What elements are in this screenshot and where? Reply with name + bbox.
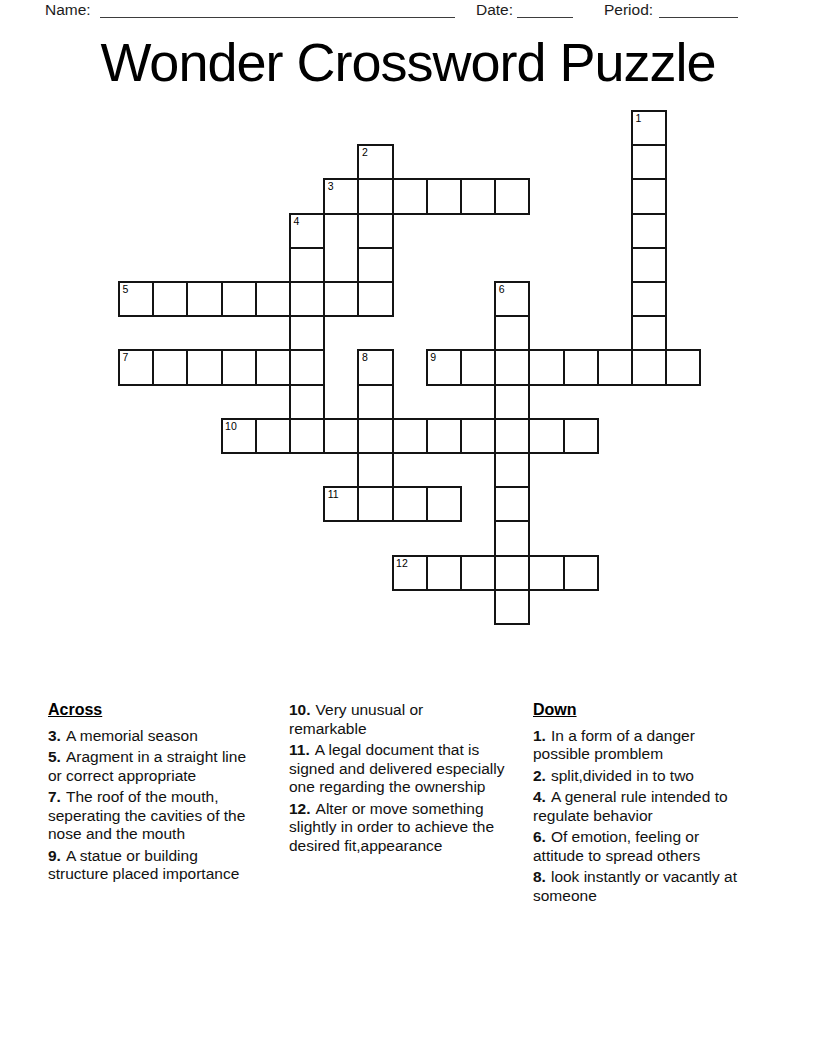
cell-number-12: 12: [396, 557, 408, 569]
grid-cell-r9c9[interactable]: [426, 418, 462, 454]
clue-across-12: 12.Alter or move something slightly in o…: [289, 800, 505, 856]
grid-cell-r7c14[interactable]: [597, 349, 633, 385]
grid-cell-r9c6[interactable]: [323, 418, 359, 454]
grid-cell-r6c5[interactable]: [289, 315, 325, 351]
date-label: Date:: [476, 1, 513, 19]
grid-cell-r11c7[interactable]: [357, 486, 393, 522]
grid-cell-r2c9[interactable]: [426, 178, 462, 214]
grid-cell-r2c8[interactable]: [392, 178, 428, 214]
grid-cell-r8c11[interactable]: [494, 384, 530, 420]
puzzle-title: Wonder Crossword Puzzle: [0, 31, 816, 93]
grid-cell-r8c5[interactable]: [289, 384, 325, 420]
grid-cell-r5c2[interactable]: [186, 281, 222, 317]
name-label: Name:: [45, 1, 91, 19]
clues-column-down: Down 1.In a form of a danger possible pr…: [533, 701, 741, 908]
clue-down-8: 8.look instantly or vacantly at someone: [533, 868, 741, 905]
cell-number-1: 1: [636, 112, 642, 124]
grid-cell-r8c7[interactable]: [357, 384, 393, 420]
clue-number: 9.: [48, 847, 61, 864]
grid-cell-r7c3[interactable]: [221, 349, 257, 385]
grid-cell-r9c12[interactable]: [528, 418, 564, 454]
clue-number: 2.: [533, 767, 546, 784]
grid-cell-r7c13[interactable]: [563, 349, 599, 385]
grid-cell-r7c12[interactable]: [528, 349, 564, 385]
grid-cell-r9c11[interactable]: [494, 418, 530, 454]
clue-text: A statue or building structure placed im…: [48, 847, 239, 883]
clue-number: 6.: [533, 828, 546, 845]
clue-across-5: 5.Aragment in a straight line or correct…: [48, 748, 256, 785]
period-label: Period:: [604, 1, 653, 19]
grid-cell-r6c15[interactable]: [631, 315, 667, 351]
clue-number: 1.: [533, 727, 546, 744]
clue-down-1: 1.In a form of a danger possible promble…: [533, 727, 741, 764]
grid-cell-r1c15[interactable]: [631, 144, 667, 180]
grid-cell-r13c12[interactable]: [528, 555, 564, 591]
grid-cell-r5c5[interactable]: [289, 281, 325, 317]
cell-number-8: 8: [362, 351, 368, 363]
grid-cell-r2c10[interactable]: [460, 178, 496, 214]
grid-cell-r9c3[interactable]: 10: [221, 418, 257, 454]
grid-cell-r5c1[interactable]: [152, 281, 188, 317]
grid-cell-r4c5[interactable]: [289, 247, 325, 283]
clue-across-11: 11.A legal document that is signed and d…: [289, 741, 505, 797]
clue-text: In a form of a danger possible promblem: [533, 727, 695, 763]
clue-number: 11.: [289, 741, 310, 758]
grid-cell-r1c7[interactable]: 2: [357, 144, 393, 180]
grid-cell-r5c0[interactable]: 5: [118, 281, 154, 317]
grid-cell-r12c11[interactable]: [494, 520, 530, 556]
clue-text: A legal document that is signed and deli…: [289, 741, 504, 795]
grid-cell-r10c11[interactable]: [494, 452, 530, 488]
clues-column-across: Across 3.A memorial season 5.Aragment in…: [48, 701, 256, 887]
across-header: Across: [48, 701, 256, 720]
clue-text: The roof of the mouth, seperating the ca…: [48, 788, 245, 842]
clue-text: look instantly or vacantly at someone: [533, 868, 737, 904]
grid-cell-r7c10[interactable]: [460, 349, 496, 385]
cell-number-5: 5: [123, 283, 129, 295]
name-blank-line[interactable]: [100, 17, 455, 18]
cell-number-11: 11: [328, 488, 339, 500]
crossword-grid: 123456789101112: [118, 110, 702, 626]
grid-cell-r7c7[interactable]: 8: [357, 349, 393, 385]
clue-number: 12.: [289, 800, 311, 817]
grid-cell-r7c15[interactable]: [631, 349, 667, 385]
clues-column-across-continued: 10.Very unusual or remarkable 11.A legal…: [289, 701, 505, 858]
clue-number: 5.: [48, 748, 61, 765]
grid-cell-r7c2[interactable]: [186, 349, 222, 385]
clue-down-2: 2.split,divided in to two: [533, 767, 741, 786]
grid-cell-r5c7[interactable]: [357, 281, 393, 317]
grid-cell-r5c6[interactable]: [323, 281, 359, 317]
grid-cell-r9c7[interactable]: [357, 418, 393, 454]
grid-cell-r7c5[interactable]: [289, 349, 325, 385]
clue-text: A memorial season: [66, 727, 198, 744]
grid-cell-r5c15[interactable]: [631, 281, 667, 317]
cell-number-2: 2: [362, 146, 368, 158]
grid-cell-r2c6[interactable]: 3: [323, 178, 359, 214]
cell-number-3: 3: [328, 180, 334, 192]
grid-cell-r7c16[interactable]: [665, 349, 701, 385]
grid-cell-r13c8[interactable]: 12: [392, 555, 428, 591]
grid-cell-r7c0[interactable]: 7: [118, 349, 154, 385]
clue-text: A general rule intended to regulate beha…: [533, 788, 728, 824]
date-blank-line[interactable]: [517, 17, 573, 18]
period-blank-line[interactable]: [659, 17, 738, 18]
grid-cell-r7c11[interactable]: [494, 349, 530, 385]
clue-number: 4.: [533, 788, 546, 805]
grid-cell-r3c5[interactable]: 4: [289, 213, 325, 249]
grid-cell-r7c1[interactable]: [152, 349, 188, 385]
clue-number: 8.: [533, 868, 546, 885]
down-header: Down: [533, 701, 741, 720]
grid-cell-r13c11[interactable]: [494, 555, 530, 591]
grid-cell-r5c11[interactable]: 6: [494, 281, 530, 317]
clue-text: Alter or move something slightly in orde…: [289, 800, 494, 854]
grid-cell-r5c4[interactable]: [255, 281, 291, 317]
cell-number-6: 6: [499, 283, 505, 295]
clue-down-4: 4.A general rule intended to regulate be…: [533, 788, 741, 825]
grid-cell-r9c13[interactable]: [563, 418, 599, 454]
grid-cell-r2c11[interactable]: [494, 178, 530, 214]
grid-cell-r11c9[interactable]: [426, 486, 462, 522]
grid-cell-r2c15[interactable]: [631, 178, 667, 214]
grid-cell-r11c8[interactable]: [392, 486, 428, 522]
clue-across-3: 3.A memorial season: [48, 727, 256, 746]
clue-number: 7.: [48, 788, 61, 805]
grid-cell-r3c7[interactable]: [357, 213, 393, 249]
grid-cell-r11c11[interactable]: [494, 486, 530, 522]
clue-number: 10.: [289, 701, 311, 718]
grid-cell-r9c10[interactable]: [460, 418, 496, 454]
grid-cell-r9c8[interactable]: [392, 418, 428, 454]
grid-cell-r5c3[interactable]: [221, 281, 257, 317]
grid-cell-r2c7[interactable]: [357, 178, 393, 214]
clue-across-9: 9.A statue or building structure placed …: [48, 847, 256, 884]
cell-number-4: 4: [294, 215, 300, 227]
grid-cell-r9c5[interactable]: [289, 418, 325, 454]
grid-cell-r14c11[interactable]: [494, 589, 530, 625]
grid-cell-r13c13[interactable]: [563, 555, 599, 591]
grid-cell-r10c7[interactable]: [357, 452, 393, 488]
clue-across-7: 7.The roof of the mouth, seperating the …: [48, 788, 256, 844]
grid-cell-r13c10[interactable]: [460, 555, 496, 591]
grid-cell-r11c6[interactable]: 11: [323, 486, 359, 522]
worksheet-page: Name: Date: Period: Wonder Crossword Puz…: [0, 0, 816, 1056]
clue-text: split,divided in to two: [551, 767, 694, 784]
clue-text: Of emotion, feeling or attitude to sprea…: [533, 828, 700, 864]
grid-cell-r3c15[interactable]: [631, 213, 667, 249]
clue-down-6: 6.Of emotion, feeling or attitude to spr…: [533, 828, 741, 865]
grid-cell-r9c4[interactable]: [255, 418, 291, 454]
grid-cell-r0c15[interactable]: 1: [631, 110, 667, 146]
cell-number-7: 7: [123, 351, 129, 363]
grid-cell-r6c11[interactable]: [494, 315, 530, 351]
grid-cell-r7c4[interactable]: [255, 349, 291, 385]
grid-cell-r7c9[interactable]: 9: [426, 349, 462, 385]
clue-text: Aragment in a straight line or correct a…: [48, 748, 246, 784]
grid-cell-r4c15[interactable]: [631, 247, 667, 283]
cell-number-9: 9: [430, 351, 436, 363]
grid-cell-r13c9[interactable]: [426, 555, 462, 591]
cell-number-10: 10: [225, 420, 237, 432]
clue-across-10: 10.Very unusual or remarkable: [289, 701, 505, 738]
grid-cell-r4c7[interactable]: [357, 247, 393, 283]
clue-number: 3.: [48, 727, 61, 744]
